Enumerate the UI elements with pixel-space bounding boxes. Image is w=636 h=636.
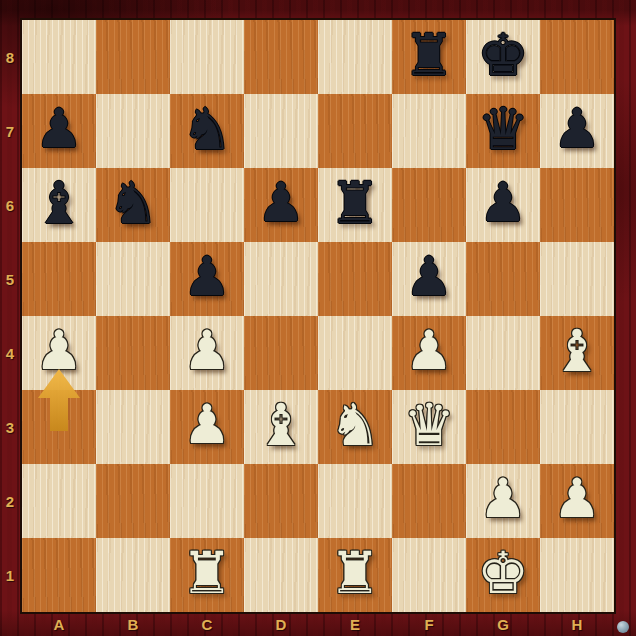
square-e3[interactable]: ♞ bbox=[318, 390, 392, 464]
square-e1[interactable]: ♜ bbox=[318, 538, 392, 612]
square-e6[interactable]: ♜ bbox=[318, 168, 392, 242]
black-rook: ♜ bbox=[329, 174, 381, 232]
square-g5[interactable] bbox=[466, 242, 540, 316]
square-h3[interactable] bbox=[540, 390, 614, 464]
square-b8[interactable] bbox=[96, 20, 170, 94]
square-a3[interactable] bbox=[22, 390, 96, 464]
square-e7[interactable] bbox=[318, 94, 392, 168]
square-g2[interactable]: ♟ bbox=[466, 464, 540, 538]
square-h6[interactable] bbox=[540, 168, 614, 242]
square-d2[interactable] bbox=[244, 464, 318, 538]
square-d4[interactable] bbox=[244, 316, 318, 390]
square-e2[interactable] bbox=[318, 464, 392, 538]
square-g6[interactable]: ♟ bbox=[466, 168, 540, 242]
square-e4[interactable] bbox=[318, 316, 392, 390]
square-f7[interactable] bbox=[392, 94, 466, 168]
square-f1[interactable] bbox=[392, 538, 466, 612]
file-label-b: B bbox=[96, 612, 170, 636]
square-e8[interactable] bbox=[318, 20, 392, 94]
rank-labels: 87654321 bbox=[0, 20, 20, 612]
white-bishop: ♝ bbox=[551, 322, 603, 380]
square-f6[interactable] bbox=[392, 168, 466, 242]
rank-label-4: 4 bbox=[0, 316, 20, 390]
black-pawn: ♟ bbox=[183, 250, 231, 304]
corner-dot bbox=[617, 621, 629, 633]
square-c1[interactable]: ♜ bbox=[170, 538, 244, 612]
square-b6[interactable]: ♞ bbox=[96, 168, 170, 242]
square-g3[interactable] bbox=[466, 390, 540, 464]
square-g1[interactable]: ♚ bbox=[466, 538, 540, 612]
white-pawn: ♟ bbox=[35, 324, 83, 378]
white-king: ♚ bbox=[477, 544, 529, 602]
white-bishop: ♝ bbox=[255, 396, 307, 454]
square-d5[interactable] bbox=[244, 242, 318, 316]
square-h2[interactable]: ♟ bbox=[540, 464, 614, 538]
black-king: ♚ bbox=[477, 26, 529, 84]
file-label-f: F bbox=[392, 612, 466, 636]
file-labels: ABCDEFGH bbox=[22, 612, 614, 636]
square-a7[interactable]: ♟ bbox=[22, 94, 96, 168]
square-a4[interactable]: ♟ bbox=[22, 316, 96, 390]
square-a8[interactable] bbox=[22, 20, 96, 94]
square-h7[interactable]: ♟ bbox=[540, 94, 614, 168]
white-pawn: ♟ bbox=[183, 398, 231, 452]
square-c8[interactable] bbox=[170, 20, 244, 94]
black-pawn: ♟ bbox=[405, 250, 453, 304]
square-c4[interactable]: ♟ bbox=[170, 316, 244, 390]
square-d3[interactable]: ♝ bbox=[244, 390, 318, 464]
white-knight: ♞ bbox=[329, 396, 381, 454]
square-b5[interactable] bbox=[96, 242, 170, 316]
square-b1[interactable] bbox=[96, 538, 170, 612]
square-f2[interactable] bbox=[392, 464, 466, 538]
square-g8[interactable]: ♚ bbox=[466, 20, 540, 94]
square-d8[interactable] bbox=[244, 20, 318, 94]
black-knight: ♞ bbox=[107, 174, 159, 232]
file-label-c: C bbox=[170, 612, 244, 636]
file-label-h: H bbox=[540, 612, 614, 636]
white-rook: ♜ bbox=[329, 544, 381, 602]
black-pawn: ♟ bbox=[35, 102, 83, 156]
chessboard-frame: 87654321 ♜♚♟♞♛♟♝♞♟♜♟♟♟♟♟♟♝♟♝♞♛♟♟♜♜♚ ABCD… bbox=[0, 0, 636, 636]
square-d6[interactable]: ♟ bbox=[244, 168, 318, 242]
white-pawn: ♟ bbox=[183, 324, 231, 378]
black-knight: ♞ bbox=[181, 100, 233, 158]
square-g7[interactable]: ♛ bbox=[466, 94, 540, 168]
square-f5[interactable]: ♟ bbox=[392, 242, 466, 316]
rank-label-8: 8 bbox=[0, 20, 20, 94]
black-bishop: ♝ bbox=[33, 174, 85, 232]
square-c6[interactable] bbox=[170, 168, 244, 242]
square-f8[interactable]: ♜ bbox=[392, 20, 466, 94]
rank-label-5: 5 bbox=[0, 242, 20, 316]
square-b7[interactable] bbox=[96, 94, 170, 168]
black-pawn: ♟ bbox=[257, 176, 305, 230]
square-c2[interactable] bbox=[170, 464, 244, 538]
white-pawn: ♟ bbox=[479, 472, 527, 526]
square-f3[interactable]: ♛ bbox=[392, 390, 466, 464]
chess-board: ♜♚♟♞♛♟♝♞♟♜♟♟♟♟♟♟♝♟♝♞♛♟♟♜♜♚ bbox=[20, 18, 616, 614]
square-c7[interactable]: ♞ bbox=[170, 94, 244, 168]
white-pawn: ♟ bbox=[553, 472, 601, 526]
square-d7[interactable] bbox=[244, 94, 318, 168]
square-b4[interactable] bbox=[96, 316, 170, 390]
square-a5[interactable] bbox=[22, 242, 96, 316]
black-pawn: ♟ bbox=[553, 102, 601, 156]
rank-label-6: 6 bbox=[0, 168, 20, 242]
square-a6[interactable]: ♝ bbox=[22, 168, 96, 242]
square-e5[interactable] bbox=[318, 242, 392, 316]
black-queen: ♛ bbox=[477, 100, 529, 158]
rank-label-1: 1 bbox=[0, 538, 20, 612]
square-h5[interactable] bbox=[540, 242, 614, 316]
square-h8[interactable] bbox=[540, 20, 614, 94]
white-pawn: ♟ bbox=[405, 324, 453, 378]
rank-label-7: 7 bbox=[0, 94, 20, 168]
square-c5[interactable]: ♟ bbox=[170, 242, 244, 316]
white-rook: ♜ bbox=[181, 544, 233, 602]
file-label-d: D bbox=[244, 612, 318, 636]
square-a2[interactable] bbox=[22, 464, 96, 538]
square-a1[interactable] bbox=[22, 538, 96, 612]
rank-label-3: 3 bbox=[0, 390, 20, 464]
file-label-e: E bbox=[318, 612, 392, 636]
white-queen: ♛ bbox=[403, 396, 455, 454]
file-label-a: A bbox=[22, 612, 96, 636]
square-b2[interactable] bbox=[96, 464, 170, 538]
file-label-g: G bbox=[466, 612, 540, 636]
square-b3[interactable] bbox=[96, 390, 170, 464]
black-pawn: ♟ bbox=[479, 176, 527, 230]
rank-label-2: 2 bbox=[0, 464, 20, 538]
square-d1[interactable] bbox=[244, 538, 318, 612]
black-rook: ♜ bbox=[403, 26, 455, 84]
square-f4[interactable]: ♟ bbox=[392, 316, 466, 390]
square-h4[interactable]: ♝ bbox=[540, 316, 614, 390]
square-g4[interactable] bbox=[466, 316, 540, 390]
square-h1[interactable] bbox=[540, 538, 614, 612]
square-c3[interactable]: ♟ bbox=[170, 390, 244, 464]
